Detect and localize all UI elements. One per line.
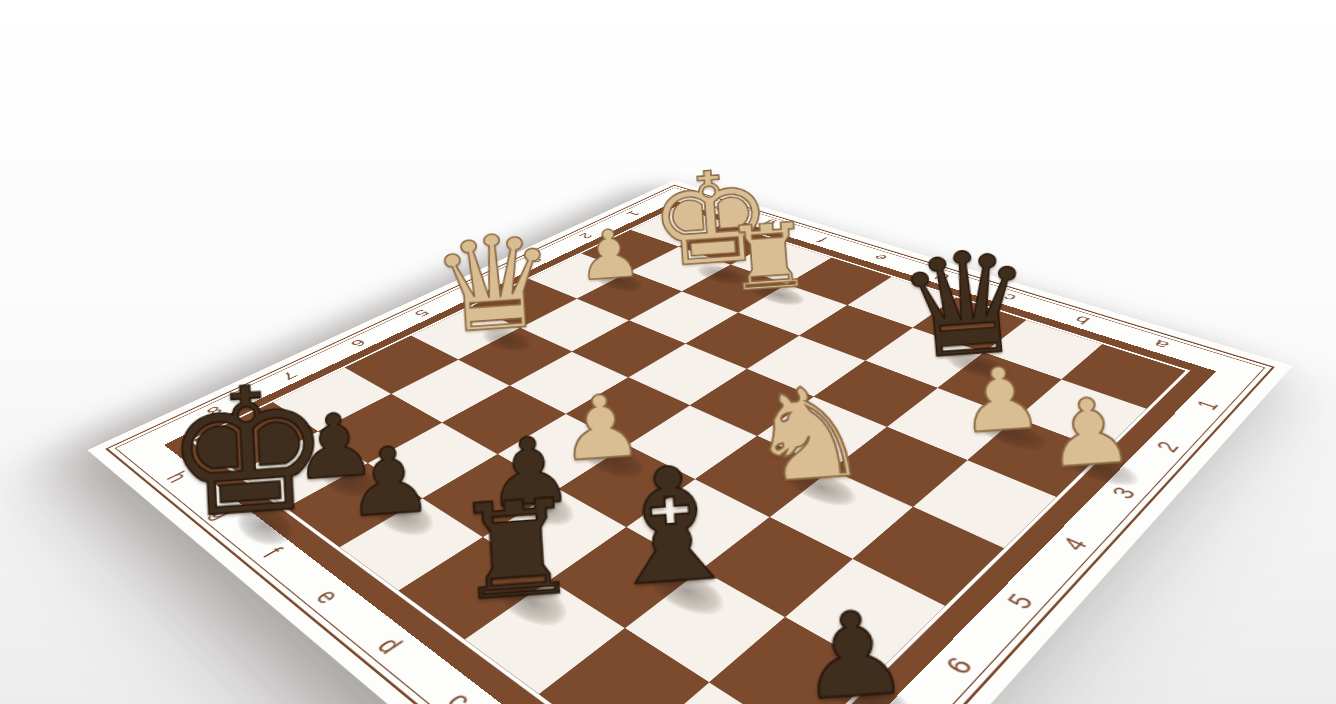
photo-scene: hgfedcba hgfedcba 12345678 12345678 ♚♜♟♟… [0,0,1336,704]
black-rook-glyph: ♜ [449,484,583,617]
white-knight-glyph: ♞ [742,371,874,499]
black-pawn-glyph: ♟ [343,435,437,528]
white-pawn-a2[interactable]: ♟ [1040,422,1178,503]
black-bishop-c6[interactable]: ♝ [625,533,778,636]
black-pawn-a6[interactable]: ♟ [797,625,970,704]
white-queen-glyph: ♛ [427,218,561,349]
chess-mat: hgfedcba hgfedcba 12345678 12345678 ♚♜♟♟… [87,180,1292,704]
white-pawn-glyph: ♟ [955,356,1046,444]
black-king-glyph: ♚ [160,365,336,541]
white-queen-h4[interactable]: ♛ [464,308,574,362]
black-bishop-glyph: ♝ [590,447,752,606]
black-pawn-glyph: ♟ [794,596,914,704]
white-pawn-glyph: ♟ [1041,386,1138,479]
board-frame: ♚♜♟♟♟♝♟♟♞♛♟♟♟♛♜♚ [164,201,1216,704]
black-king-g8[interactable]: ♚ [213,477,351,563]
white-pawn-glyph: ♟ [575,221,645,289]
white-rook-glyph: ♜ [722,212,815,302]
